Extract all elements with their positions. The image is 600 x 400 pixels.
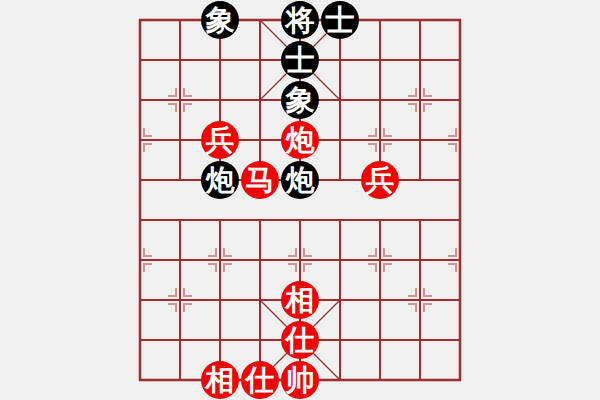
point-h4[interactable] (400, 240, 440, 280)
point-a1[interactable] (120, 360, 160, 400)
point-e6[interactable]: 炮 (280, 160, 320, 200)
point-a10[interactable] (120, 0, 160, 40)
point-b1[interactable] (160, 360, 200, 400)
point-f9[interactable] (320, 40, 360, 80)
point-c1[interactable]: 相 (200, 360, 240, 400)
board-points: 象将士士象兵炮炮马炮兵相仕相仕帅 (120, 0, 480, 400)
point-c8[interactable] (200, 80, 240, 120)
point-d1[interactable]: 仕 (240, 360, 280, 400)
point-d10[interactable] (240, 0, 280, 40)
piece-red-cannon[interactable]: 炮 (281, 121, 319, 159)
point-e2[interactable]: 仕 (280, 320, 320, 360)
point-a4[interactable] (120, 240, 160, 280)
point-f7[interactable] (320, 120, 360, 160)
point-h7[interactable] (400, 120, 440, 160)
point-f10[interactable]: 士 (320, 0, 360, 40)
point-e7[interactable]: 炮 (280, 120, 320, 160)
point-g6[interactable]: 兵 (360, 160, 400, 200)
point-a7[interactable] (120, 120, 160, 160)
point-e5[interactable] (280, 200, 320, 240)
point-b4[interactable] (160, 240, 200, 280)
point-g3[interactable] (360, 280, 400, 320)
point-a5[interactable] (120, 200, 160, 240)
point-c5[interactable] (200, 200, 240, 240)
piece-red-soldier[interactable]: 兵 (201, 121, 239, 159)
point-i4[interactable] (440, 240, 480, 280)
piece-black-advisor[interactable]: 士 (281, 41, 319, 79)
piece-red-general[interactable]: 帅 (281, 361, 319, 399)
point-i9[interactable] (440, 40, 480, 80)
piece-red-horse[interactable]: 马 (241, 161, 279, 199)
point-e9[interactable]: 士 (280, 40, 320, 80)
piece-black-cannon[interactable]: 炮 (201, 161, 239, 199)
point-g1[interactable] (360, 360, 400, 400)
point-i1[interactable] (440, 360, 480, 400)
app-background: 象将士士象兵炮炮马炮兵相仕相仕帅 (0, 0, 600, 400)
piece-red-elephant[interactable]: 相 (201, 361, 239, 399)
piece-red-advisor[interactable]: 仕 (241, 361, 279, 399)
point-b3[interactable] (160, 280, 200, 320)
piece-black-elephant[interactable]: 象 (281, 81, 319, 119)
point-e8[interactable]: 象 (280, 80, 320, 120)
point-g8[interactable] (360, 80, 400, 120)
point-i5[interactable] (440, 200, 480, 240)
point-e1[interactable]: 帅 (280, 360, 320, 400)
point-f2[interactable] (320, 320, 360, 360)
point-e3[interactable]: 相 (280, 280, 320, 320)
point-c9[interactable] (200, 40, 240, 80)
point-i3[interactable] (440, 280, 480, 320)
point-f3[interactable] (320, 280, 360, 320)
point-h9[interactable] (400, 40, 440, 80)
point-a9[interactable] (120, 40, 160, 80)
point-a8[interactable] (120, 80, 160, 120)
point-g10[interactable] (360, 0, 400, 40)
point-h1[interactable] (400, 360, 440, 400)
point-i7[interactable] (440, 120, 480, 160)
piece-black-advisor[interactable]: 士 (321, 1, 359, 39)
xiangqi-board: 象将士士象兵炮炮马炮兵相仕相仕帅 (0, 0, 600, 400)
point-d3[interactable] (240, 280, 280, 320)
point-i6[interactable] (440, 160, 480, 200)
point-d8[interactable] (240, 80, 280, 120)
piece-red-advisor[interactable]: 仕 (281, 321, 319, 359)
point-d7[interactable] (240, 120, 280, 160)
point-g9[interactable] (360, 40, 400, 80)
point-g4[interactable] (360, 240, 400, 280)
point-c7[interactable]: 兵 (200, 120, 240, 160)
point-f8[interactable] (320, 80, 360, 120)
point-d5[interactable] (240, 200, 280, 240)
point-e4[interactable] (280, 240, 320, 280)
point-c2[interactable] (200, 320, 240, 360)
point-b10[interactable] (160, 0, 200, 40)
point-h10[interactable] (400, 0, 440, 40)
point-a3[interactable] (120, 280, 160, 320)
point-g7[interactable] (360, 120, 400, 160)
point-c4[interactable] (200, 240, 240, 280)
piece-red-soldier[interactable]: 兵 (361, 161, 399, 199)
point-b8[interactable] (160, 80, 200, 120)
point-h2[interactable] (400, 320, 440, 360)
point-i2[interactable] (440, 320, 480, 360)
point-a2[interactable] (120, 320, 160, 360)
point-i10[interactable] (440, 0, 480, 40)
point-d9[interactable] (240, 40, 280, 80)
point-e10[interactable]: 将 (280, 0, 320, 40)
point-b5[interactable] (160, 200, 200, 240)
point-h6[interactable] (400, 160, 440, 200)
point-h5[interactable] (400, 200, 440, 240)
piece-black-cannon[interactable]: 炮 (281, 161, 319, 199)
point-d4[interactable] (240, 240, 280, 280)
point-f6[interactable] (320, 160, 360, 200)
point-f5[interactable] (320, 200, 360, 240)
point-c10[interactable]: 象 (200, 0, 240, 40)
point-c6[interactable]: 炮 (200, 160, 240, 200)
point-h8[interactable] (400, 80, 440, 120)
point-a6[interactable] (120, 160, 160, 200)
point-b7[interactable] (160, 120, 200, 160)
point-c3[interactable] (200, 280, 240, 320)
point-d2[interactable] (240, 320, 280, 360)
point-b2[interactable] (160, 320, 200, 360)
point-g5[interactable] (360, 200, 400, 240)
point-d6[interactable]: 马 (240, 160, 280, 200)
point-i8[interactable] (440, 80, 480, 120)
point-b6[interactable] (160, 160, 200, 200)
piece-red-elephant[interactable]: 相 (281, 281, 319, 319)
point-b9[interactable] (160, 40, 200, 80)
point-f4[interactable] (320, 240, 360, 280)
point-g2[interactable] (360, 320, 400, 360)
point-f1[interactable] (320, 360, 360, 400)
piece-black-elephant[interactable]: 象 (201, 1, 239, 39)
piece-black-general[interactable]: 将 (281, 1, 319, 39)
point-h3[interactable] (400, 280, 440, 320)
